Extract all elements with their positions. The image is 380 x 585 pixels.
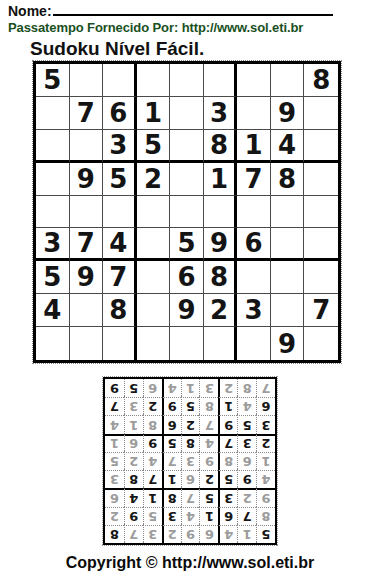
solution-cell-r4c9: 3 [105, 470, 124, 488]
solution-cell-r2c2: 7 [237, 507, 256, 525]
solution-cell-r2c1: 8 [256, 507, 275, 525]
solution-cell-r5c6: 7 [162, 452, 181, 470]
puzzle-cell-r2c3: 6 [103, 97, 137, 130]
puzzle-cell-r1c7[interactable] [237, 64, 271, 97]
puzzle-cell-r6c7: 6 [237, 228, 271, 261]
solution-cell-r3c2: 2 [237, 488, 256, 506]
solution-cell-r4c5: 6 [181, 470, 200, 488]
solution-cell-r8c9: 7 [105, 397, 124, 415]
solution-cell-r9c8: 5 [124, 379, 143, 397]
name-label: Nome: [8, 3, 52, 19]
puzzle-cell-r2c8: 9 [271, 97, 305, 130]
puzzle-cell-r6c6: 9 [204, 228, 238, 261]
solution-cell-r8c7: 2 [143, 397, 162, 415]
puzzle-cell-r4c2: 9 [70, 163, 104, 196]
puzzle-cell-r3c2[interactable] [70, 130, 104, 163]
puzzle-cell-r2c1[interactable] [36, 97, 70, 130]
puzzle-cell-r7c1: 5 [36, 261, 70, 294]
sudoku-worksheet-page: Nome: Passatempo Fornecido Por: http://w… [0, 0, 380, 585]
solution-cell-r7c4: 7 [199, 415, 218, 433]
puzzle-cell-r7c9[interactable] [304, 261, 338, 294]
name-row: Nome: [8, 2, 333, 19]
provider-text: Passatempo Fornecido Por: http://www.sol… [8, 20, 303, 35]
puzzle-cell-r8c4[interactable] [137, 294, 171, 327]
solution-cell-r5c7: 4 [143, 452, 162, 470]
puzzle-cell-r7c3: 7 [103, 261, 137, 294]
puzzle-cell-r3c4: 5 [137, 130, 171, 163]
puzzle-cell-r7c2: 9 [70, 261, 104, 294]
solution-cell-r7c2: 5 [237, 415, 256, 433]
puzzle-cell-r4c8: 8 [271, 163, 305, 196]
puzzle-cell-r9c1[interactable] [36, 327, 70, 360]
solution-cell-r7c9: 4 [105, 415, 124, 433]
puzzle-cell-r4c3: 5 [103, 163, 137, 196]
puzzle-cell-r6c1: 3 [36, 228, 70, 261]
puzzle-cell-r3c3: 3 [103, 130, 137, 163]
solution-cell-r5c9: 5 [105, 452, 124, 470]
puzzle-cell-r1c2[interactable] [70, 64, 104, 97]
page-title: Sudoku Nível Fácil. [30, 38, 204, 60]
solution-cell-r9c1: 7 [256, 379, 275, 397]
solution-cell-r6c1: 2 [256, 434, 275, 452]
puzzle-cell-r8c9: 7 [304, 294, 338, 327]
puzzle-cell-r6c5: 5 [170, 228, 204, 261]
solution-cell-r5c3: 8 [218, 452, 237, 470]
solution-cell-r4c2: 9 [237, 470, 256, 488]
solution-cell-r6c2: 3 [237, 434, 256, 452]
solution-cell-r1c1: 5 [256, 525, 275, 543]
solution-cell-r8c8: 3 [124, 397, 143, 415]
solution-cell-r8c2: 4 [237, 397, 256, 415]
puzzle-cell-r9c9 [304, 327, 338, 360]
puzzle-cell-r9c5[interactable] [170, 327, 204, 360]
solution-cell-r6c6: 5 [162, 434, 181, 452]
puzzle-cell-r5c7[interactable] [237, 196, 271, 229]
solution-cell-r5c8: 2 [124, 452, 143, 470]
solution-cell-r5c2: 6 [237, 452, 256, 470]
solution-cell-r1c9: 8 [105, 525, 124, 543]
solution-cell-r9c6: 4 [162, 379, 181, 397]
puzzle-cell-r3c6: 8 [204, 130, 238, 163]
puzzle-cell-r7c8[interactable] [271, 261, 305, 294]
puzzle-cell-r6c4[interactable] [137, 228, 171, 261]
puzzle-cell-r4c1[interactable] [36, 163, 70, 196]
solution-cell-r1c6: 2 [162, 525, 181, 543]
solution-cell-r4c8: 8 [124, 470, 143, 488]
puzzle-cell-r1c3[interactable] [103, 64, 137, 97]
solution-cell-r2c7: 5 [143, 507, 162, 525]
puzzle-cell-r4c6: 1 [204, 163, 238, 196]
solution-cell-r1c4: 6 [199, 525, 218, 543]
puzzle-cell-r8c5: 9 [170, 294, 204, 327]
puzzle-cell-r9c3[interactable] [103, 327, 137, 360]
puzzle-cell-r5c8[interactable] [271, 196, 305, 229]
puzzle-cell-r5c1[interactable] [36, 196, 70, 229]
solution-cell-r8c4: 8 [199, 397, 218, 415]
solution-cell-r3c7: 1 [143, 488, 162, 506]
solution-cell-r5c5: 3 [181, 452, 200, 470]
puzzle-cell-r5c9[interactable] [304, 196, 338, 229]
solution-cell-r7c7: 8 [143, 415, 162, 433]
solution-cell-r9c5: 1 [181, 379, 200, 397]
solution-cell-r1c2: 1 [237, 525, 256, 543]
solution-cell-r7c3: 9 [218, 415, 237, 433]
solution-cell-r6c7: 9 [143, 434, 162, 452]
puzzle-cell-r7c5: 6 [170, 261, 204, 294]
puzzle-cell-r1c5[interactable] [170, 64, 204, 97]
solution-cell-r6c9: 1 [105, 434, 124, 452]
solution-cell-r1c3: 4 [218, 525, 237, 543]
puzzle-cell-r8c3: 8 [103, 294, 137, 327]
puzzle-cell-r3c9[interactable] [304, 130, 338, 163]
puzzle-cell-r8c2[interactable] [70, 294, 104, 327]
puzzle-cell-r1c4[interactable] [137, 64, 171, 97]
solution-cell-r7c5: 2 [181, 415, 200, 433]
solution-cell-r9c9: 9 [105, 379, 124, 397]
puzzle-cell-r2c5[interactable] [170, 97, 204, 130]
puzzle-cell-r8c6: 2 [204, 294, 238, 327]
name-blank-line [53, 2, 333, 16]
solution-cell-r2c3: 6 [218, 507, 237, 525]
solution-cell-r8c1: 6 [256, 397, 275, 415]
solution-cell-r3c4: 5 [199, 488, 218, 506]
solution-cell-r6c3: 7 [218, 434, 237, 452]
solution-cell-r8c3: 1 [218, 397, 237, 415]
sudoku-solution-grid-rotated: 5146923788761435929235781464952617831689… [103, 377, 277, 545]
solution-cell-r5c4: 9 [199, 452, 218, 470]
solution-cell-r3c3: 3 [218, 488, 237, 506]
puzzle-cell-r6c2: 7 [70, 228, 104, 261]
solution-cell-r2c6: 3 [162, 507, 181, 525]
puzzle-cell-r7c4[interactable] [137, 261, 171, 294]
puzzle-cell-r8c7: 3 [237, 294, 271, 327]
puzzle-cell-r2c6: 3 [204, 97, 238, 130]
solution-cell-r3c1: 9 [256, 488, 275, 506]
solution-cell-r9c4: 3 [199, 379, 218, 397]
solution-cell-r7c1: 3 [256, 415, 275, 433]
solution-cell-r5c1: 1 [256, 452, 275, 470]
solution-cell-r1c5: 9 [181, 525, 200, 543]
solution-cell-r4c7: 7 [143, 470, 162, 488]
puzzle-cell-r5c6[interactable] [204, 196, 238, 229]
puzzle-cell-r4c5[interactable] [170, 163, 204, 196]
puzzle-cell-r7c7[interactable] [237, 261, 271, 294]
solution-cell-r3c8: 4 [124, 488, 143, 506]
solution-cell-r7c6: 6 [162, 415, 181, 433]
puzzle-cell-r8c1: 4 [36, 294, 70, 327]
puzzle-cell-r9c7[interactable] [237, 327, 271, 360]
solution-cell-r2c5: 4 [181, 507, 200, 525]
solution-cell-r8c5: 5 [181, 397, 200, 415]
puzzle-cell-r4c4: 2 [137, 163, 171, 196]
puzzle-cell-r5c3[interactable] [103, 196, 137, 229]
solution-cell-r2c9: 2 [105, 507, 124, 525]
solution-cell-r6c8: 6 [124, 434, 143, 452]
puzzle-cell-r9c8: 9 [271, 327, 305, 360]
solution-cell-r7c8: 1 [124, 415, 143, 433]
solution-cell-r8c6: 9 [162, 397, 181, 415]
puzzle-cell-r2c7[interactable] [237, 97, 271, 130]
solution-cell-r9c2: 8 [237, 379, 256, 397]
solution-cell-r1c7: 3 [143, 525, 162, 543]
solution-cell-r9c3: 2 [218, 379, 237, 397]
copyright-text: Copyright © http://www.sol.eti.br [0, 554, 380, 572]
solution-cell-r3c5: 7 [181, 488, 200, 506]
puzzle-cell-r6c8[interactable] [271, 228, 305, 261]
puzzle-cell-r3c5[interactable] [170, 130, 204, 163]
solution-cell-r3c6: 8 [162, 488, 181, 506]
puzzle-cell-r1c9: 8 [304, 64, 338, 97]
solution-cell-r4c3: 5 [218, 470, 237, 488]
puzzle-cell-r8c8[interactable] [271, 294, 305, 327]
puzzle-cell-r2c2: 7 [70, 97, 104, 130]
solution-cell-r4c4: 2 [199, 470, 218, 488]
solution-cell-r6c5: 8 [181, 434, 200, 452]
solution-cell-r2c4: 1 [199, 507, 218, 525]
puzzle-cell-r1c1: 5 [36, 64, 70, 97]
sudoku-puzzle-grid[interactable]: 587613935814952178374596597684892379 [33, 61, 341, 363]
puzzle-cell-r1c6[interactable] [204, 64, 238, 97]
puzzle-cell-r5c5[interactable] [170, 196, 204, 229]
solution-cell-r4c1: 4 [256, 470, 275, 488]
puzzle-cell-r9c2[interactable] [70, 327, 104, 360]
puzzle-cell-r6c9[interactable] [304, 228, 338, 261]
puzzle-cell-r2c9[interactable] [304, 97, 338, 130]
puzzle-cell-r7c6: 8 [204, 261, 238, 294]
puzzle-cell-r3c1[interactable] [36, 130, 70, 163]
puzzle-cell-r3c8: 4 [271, 130, 305, 163]
puzzle-cell-r4c9[interactable] [304, 163, 338, 196]
solution-cell-r2c8: 9 [124, 507, 143, 525]
puzzle-cell-r5c2[interactable] [70, 196, 104, 229]
solution-cell-r6c4: 4 [199, 434, 218, 452]
solution-cell-r3c9: 6 [105, 488, 124, 506]
puzzle-cell-r9c4[interactable] [137, 327, 171, 360]
puzzle-cell-r9c6[interactable] [204, 327, 238, 360]
puzzle-cell-r3c7: 1 [237, 130, 271, 163]
solution-cell-r9c7: 6 [143, 379, 162, 397]
puzzle-cell-r6c3: 4 [103, 228, 137, 261]
puzzle-cell-r5c4[interactable] [137, 196, 171, 229]
puzzle-cell-r4c7: 7 [237, 163, 271, 196]
solution-cell-r1c8: 7 [124, 525, 143, 543]
puzzle-cell-r2c4: 1 [137, 97, 171, 130]
solution-cell-r4c6: 1 [162, 470, 181, 488]
puzzle-cell-r1c8[interactable] [271, 64, 305, 97]
